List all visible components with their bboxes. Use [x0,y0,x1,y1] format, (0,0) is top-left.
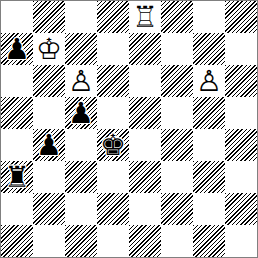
square-a6[interactable] [1,65,33,97]
square-b1[interactable] [33,225,65,257]
square-f5[interactable] [161,97,193,129]
square-c5[interactable]: ♟ [65,97,97,129]
square-g3[interactable] [193,161,225,193]
square-d2[interactable] [97,193,129,225]
square-a1[interactable] [1,225,33,257]
square-h1[interactable] [225,225,257,257]
board-wrap: ♖♟♔♙♙♟♟♚♜ [0,0,258,258]
black-rook-piece[interactable]: ♜ [4,161,30,193]
square-c2[interactable] [65,193,97,225]
square-f7[interactable] [161,33,193,65]
square-f4[interactable] [161,129,193,161]
square-a2[interactable] [1,193,33,225]
square-c6[interactable]: ♙ [65,65,97,97]
square-d3[interactable] [97,161,129,193]
chess-board: ♖♟♔♙♙♟♟♚♜ [0,0,258,258]
square-f3[interactable] [161,161,193,193]
white-pawn-piece[interactable]: ♙ [68,65,94,97]
white-king-piece[interactable]: ♔ [36,33,62,65]
square-c1[interactable] [65,225,97,257]
square-e4[interactable] [129,129,161,161]
square-g6[interactable]: ♙ [193,65,225,97]
square-f2[interactable] [161,193,193,225]
square-a8[interactable] [1,1,33,33]
square-g4[interactable] [193,129,225,161]
square-f1[interactable] [161,225,193,257]
square-g1[interactable] [193,225,225,257]
square-h5[interactable] [225,97,257,129]
square-a4[interactable] [1,129,33,161]
white-rook-piece[interactable]: ♖ [132,1,158,33]
square-b6[interactable] [33,65,65,97]
square-b5[interactable] [33,97,65,129]
square-b8[interactable] [33,1,65,33]
square-b3[interactable] [33,161,65,193]
square-d8[interactable] [97,1,129,33]
square-d6[interactable] [97,65,129,97]
black-pawn-piece[interactable]: ♟ [4,33,30,65]
black-king-piece[interactable]: ♚ [100,129,126,161]
square-a3[interactable]: ♜ [1,161,33,193]
square-e6[interactable] [129,65,161,97]
square-h8[interactable] [225,1,257,33]
square-b7[interactable]: ♔ [33,33,65,65]
square-e8[interactable]: ♖ [129,1,161,33]
square-d1[interactable] [97,225,129,257]
black-pawn-piece[interactable]: ♟ [68,97,94,129]
square-g5[interactable] [193,97,225,129]
square-g2[interactable] [193,193,225,225]
square-g7[interactable] [193,33,225,65]
square-a5[interactable] [1,97,33,129]
square-c8[interactable] [65,1,97,33]
square-e1[interactable] [129,225,161,257]
square-c4[interactable] [65,129,97,161]
square-e2[interactable] [129,193,161,225]
square-h3[interactable] [225,161,257,193]
square-f6[interactable] [161,65,193,97]
square-h7[interactable] [225,33,257,65]
square-e7[interactable] [129,33,161,65]
square-f8[interactable] [161,1,193,33]
square-b4[interactable]: ♟ [33,129,65,161]
square-c7[interactable] [65,33,97,65]
square-c3[interactable] [65,161,97,193]
square-d4[interactable]: ♚ [97,129,129,161]
white-pawn-piece[interactable]: ♙ [196,65,222,97]
square-d5[interactable] [97,97,129,129]
square-h6[interactable] [225,65,257,97]
square-e5[interactable] [129,97,161,129]
square-h4[interactable] [225,129,257,161]
square-b2[interactable] [33,193,65,225]
square-a7[interactable]: ♟ [1,33,33,65]
black-pawn-piece[interactable]: ♟ [36,129,62,161]
square-e3[interactable] [129,161,161,193]
square-d7[interactable] [97,33,129,65]
square-h2[interactable] [225,193,257,225]
square-g8[interactable] [193,1,225,33]
